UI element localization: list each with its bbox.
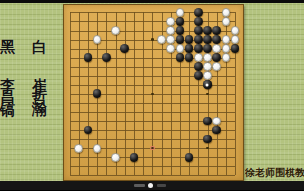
letterbox-top-edge bbox=[0, 0, 304, 3]
white-stone[interactable] bbox=[222, 8, 231, 17]
circle-annotation bbox=[150, 146, 155, 151]
white-stone[interactable] bbox=[222, 53, 231, 62]
black-stone[interactable] bbox=[194, 44, 203, 53]
white-stone[interactable] bbox=[203, 53, 212, 62]
black-stone[interactable] bbox=[231, 44, 240, 53]
black-side-label: 黑 bbox=[0, 38, 15, 55]
star-point bbox=[151, 38, 154, 41]
white-stone[interactable] bbox=[222, 17, 231, 26]
black-stone[interactable] bbox=[176, 35, 185, 44]
grid-line-horizontal bbox=[70, 157, 236, 158]
last-move-marker bbox=[206, 83, 209, 86]
black-stone[interactable] bbox=[194, 35, 203, 44]
white-stone[interactable] bbox=[93, 144, 102, 153]
white-stone[interactable] bbox=[194, 53, 203, 62]
black-stone[interactable] bbox=[176, 53, 185, 62]
white-stone[interactable] bbox=[212, 44, 221, 53]
black-stone[interactable] bbox=[194, 26, 203, 35]
go-board[interactable] bbox=[63, 4, 244, 181]
black-stone[interactable] bbox=[203, 117, 212, 126]
star-point bbox=[206, 93, 209, 96]
white-stone[interactable] bbox=[203, 62, 212, 71]
black-stone[interactable] bbox=[102, 53, 111, 62]
white-stone[interactable] bbox=[203, 71, 212, 80]
black-stone[interactable] bbox=[185, 35, 194, 44]
black-stone[interactable] bbox=[84, 126, 93, 135]
star-point bbox=[151, 93, 154, 96]
black-stone[interactable] bbox=[185, 53, 194, 62]
white-player-name: 崔哲瀚 bbox=[32, 66, 48, 101]
black-player-name: 李昌镐 bbox=[0, 66, 16, 101]
black-stone[interactable] bbox=[212, 26, 221, 35]
white-stone[interactable] bbox=[212, 117, 221, 126]
grid-line-horizontal bbox=[70, 130, 236, 131]
white-stone[interactable] bbox=[166, 35, 175, 44]
white-stone[interactable] bbox=[212, 62, 221, 71]
video-frame: 黑 李昌镐 白 崔哲瀚 徐老师围棋教室 bbox=[0, 0, 304, 190]
black-stone[interactable] bbox=[93, 89, 102, 98]
white-stone[interactable] bbox=[74, 144, 83, 153]
control-bar-text-right bbox=[157, 184, 166, 187]
white-stone[interactable] bbox=[93, 35, 102, 44]
black-stone[interactable] bbox=[130, 153, 139, 162]
black-stone[interactable] bbox=[176, 17, 185, 26]
white-stone[interactable] bbox=[176, 8, 185, 17]
last-move-stone[interactable] bbox=[203, 80, 212, 89]
black-stone[interactable] bbox=[194, 71, 203, 80]
white-stone[interactable] bbox=[231, 35, 240, 44]
black-stone[interactable] bbox=[185, 44, 194, 53]
black-stone[interactable] bbox=[212, 53, 221, 62]
white-stone[interactable] bbox=[222, 35, 231, 44]
white-stone[interactable] bbox=[111, 153, 120, 162]
white-stone[interactable] bbox=[157, 35, 166, 44]
black-stone[interactable] bbox=[203, 44, 212, 53]
black-stone[interactable] bbox=[176, 26, 185, 35]
white-stone[interactable] bbox=[176, 44, 185, 53]
control-bar-text-left bbox=[134, 184, 145, 187]
white-stone[interactable] bbox=[166, 26, 175, 35]
black-stone[interactable] bbox=[194, 8, 203, 17]
white-player-panel: 白 崔哲瀚 bbox=[31, 38, 48, 101]
grid-line-horizontal bbox=[70, 103, 236, 104]
white-stone[interactable] bbox=[166, 44, 175, 53]
black-stone[interactable] bbox=[84, 53, 93, 62]
grid-line-horizontal bbox=[70, 112, 236, 113]
grid-line-horizontal bbox=[70, 166, 236, 167]
black-player-panel: 黑 李昌镐 bbox=[0, 38, 16, 101]
black-stone[interactable] bbox=[203, 26, 212, 35]
black-stone[interactable] bbox=[212, 126, 221, 135]
white-stone[interactable] bbox=[166, 17, 175, 26]
black-stone[interactable] bbox=[120, 44, 129, 53]
danmaku-toggle-icon[interactable] bbox=[148, 183, 153, 188]
watermark-text: 徐老师围棋教室 bbox=[245, 166, 304, 180]
black-stone[interactable] bbox=[212, 35, 221, 44]
black-stone[interactable] bbox=[203, 35, 212, 44]
white-side-label: 白 bbox=[32, 38, 47, 55]
black-stone[interactable] bbox=[203, 135, 212, 144]
white-stone[interactable] bbox=[222, 44, 231, 53]
black-stone[interactable] bbox=[194, 62, 203, 71]
white-stone[interactable] bbox=[231, 26, 240, 35]
black-stone[interactable] bbox=[185, 153, 194, 162]
video-control-bar[interactable] bbox=[0, 181, 304, 191]
grid-line-horizontal bbox=[70, 175, 236, 176]
black-stone[interactable] bbox=[194, 17, 203, 26]
white-stone[interactable] bbox=[111, 26, 120, 35]
